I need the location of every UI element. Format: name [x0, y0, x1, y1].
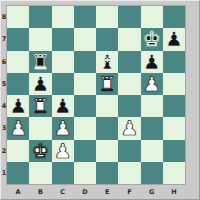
square-g8[interactable]	[141, 6, 163, 28]
file-label-b: B	[29, 184, 51, 199]
square-a2[interactable]	[7, 140, 29, 162]
square-g6[interactable]: ♟	[141, 51, 163, 73]
piece-black-pawn[interactable]: ♟	[9, 96, 27, 116]
square-c4[interactable]: ♟	[52, 95, 74, 117]
square-c2[interactable]: ♟	[52, 140, 74, 162]
square-a7[interactable]	[7, 28, 29, 50]
file-labels: ABCDEFGH	[7, 184, 185, 199]
chess-diagram-frame: 87654321 ♚♟♜♝♟♟♜♟♟♜♟♟♟♟♚♟ ABCDEFGH	[0, 0, 200, 200]
square-e5[interactable]: ♜	[96, 73, 118, 95]
square-d8[interactable]	[74, 6, 96, 28]
piece-black-pawn[interactable]: ♟	[31, 73, 49, 93]
piece-black-rook[interactable]: ♜	[31, 51, 49, 71]
square-b3[interactable]	[29, 117, 51, 139]
piece-white-pawn[interactable]: ♟	[120, 118, 138, 138]
piece-white-rook[interactable]: ♜	[31, 96, 49, 116]
square-d2[interactable]	[74, 140, 96, 162]
piece-white-pawn[interactable]: ♟	[9, 118, 27, 138]
square-e7[interactable]	[96, 28, 118, 50]
square-a6[interactable]	[7, 51, 29, 73]
square-b1[interactable]	[29, 162, 51, 184]
square-c5[interactable]	[52, 73, 74, 95]
square-f8[interactable]	[118, 6, 140, 28]
square-a4[interactable]: ♟	[7, 95, 29, 117]
square-f5[interactable]	[118, 73, 140, 95]
square-b5[interactable]: ♟	[29, 73, 51, 95]
square-h5[interactable]	[163, 73, 185, 95]
piece-black-pawn[interactable]: ♟	[143, 51, 161, 71]
piece-white-rook[interactable]: ♜	[98, 73, 116, 93]
piece-white-pawn[interactable]: ♟	[143, 73, 161, 93]
square-f7[interactable]	[118, 28, 140, 50]
file-label-h: H	[163, 184, 185, 199]
square-d3[interactable]	[74, 117, 96, 139]
square-c3[interactable]: ♟	[52, 117, 74, 139]
square-e3[interactable]	[96, 117, 118, 139]
square-e8[interactable]	[96, 6, 118, 28]
square-g1[interactable]	[141, 162, 163, 184]
piece-black-pawn[interactable]: ♟	[165, 29, 183, 49]
square-g2[interactable]	[141, 140, 163, 162]
square-a3[interactable]: ♟	[7, 117, 29, 139]
square-d7[interactable]	[74, 28, 96, 50]
square-f4[interactable]	[118, 95, 140, 117]
piece-white-pawn[interactable]: ♟	[54, 118, 72, 138]
square-b6[interactable]: ♜	[29, 51, 51, 73]
square-c7[interactable]	[52, 28, 74, 50]
file-label-d: D	[74, 184, 96, 199]
square-f6[interactable]	[118, 51, 140, 73]
square-g3[interactable]	[141, 117, 163, 139]
square-h8[interactable]	[163, 6, 185, 28]
square-g5[interactable]: ♟	[141, 73, 163, 95]
square-d6[interactable]	[74, 51, 96, 73]
file-label-g: G	[141, 184, 163, 199]
square-g7[interactable]: ♚	[141, 28, 163, 50]
square-a1[interactable]	[7, 162, 29, 184]
square-d4[interactable]	[74, 95, 96, 117]
square-b4[interactable]: ♜	[29, 95, 51, 117]
square-h2[interactable]	[163, 140, 185, 162]
square-h4[interactable]	[163, 95, 185, 117]
square-c1[interactable]	[52, 162, 74, 184]
piece-black-king[interactable]: ♚	[143, 29, 161, 49]
square-h1[interactable]	[163, 162, 185, 184]
file-label-e: E	[96, 184, 118, 199]
square-e1[interactable]	[96, 162, 118, 184]
square-c6[interactable]	[52, 51, 74, 73]
chess-board: ♚♟♜♝♟♟♜♟♟♜♟♟♟♟♚♟	[7, 6, 185, 184]
square-h6[interactable]	[163, 51, 185, 73]
square-e2[interactable]	[96, 140, 118, 162]
square-c8[interactable]	[52, 6, 74, 28]
square-h3[interactable]	[163, 117, 185, 139]
square-b7[interactable]	[29, 28, 51, 50]
square-b2[interactable]: ♚	[29, 140, 51, 162]
piece-white-pawn[interactable]: ♟	[54, 140, 72, 160]
square-f1[interactable]	[118, 162, 140, 184]
square-g4[interactable]	[141, 95, 163, 117]
file-label-f: F	[118, 184, 140, 199]
square-d5[interactable]	[74, 73, 96, 95]
square-h7[interactable]: ♟	[163, 28, 185, 50]
square-f2[interactable]	[118, 140, 140, 162]
file-label-c: C	[52, 184, 74, 199]
square-e4[interactable]	[96, 95, 118, 117]
square-a8[interactable]	[7, 6, 29, 28]
square-b8[interactable]	[29, 6, 51, 28]
square-a5[interactable]	[7, 73, 29, 95]
piece-black-bishop[interactable]: ♝	[98, 51, 116, 71]
square-d1[interactable]	[74, 162, 96, 184]
piece-white-king[interactable]: ♚	[31, 140, 49, 160]
file-label-a: A	[7, 184, 29, 199]
piece-black-pawn[interactable]: ♟	[54, 96, 72, 116]
square-f3[interactable]: ♟	[118, 117, 140, 139]
square-e6[interactable]: ♝	[96, 51, 118, 73]
